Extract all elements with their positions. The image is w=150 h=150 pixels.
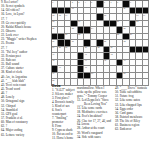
cell-number: 29 — [130, 33, 132, 35]
cell-number: 14 — [65, 14, 67, 16]
down-clues-list-2: 12. Led Zeppelin's "Since ____ Been Lovi… — [77, 99, 113, 139]
cell-number: 39 — [110, 46, 112, 48]
cell-number: 28 — [117, 33, 119, 35]
cell-number: 19 — [78, 20, 80, 22]
clue-item: 34. Side with sauce — [77, 136, 113, 140]
cell-number: 45 — [104, 59, 106, 61]
quote-text: marshmallow. When Iwoke up the pillow wa… — [77, 87, 113, 99]
clue-item: 60. Man of constancy — [1, 121, 48, 125]
cell-number: 21 — [136, 20, 138, 22]
cell-number: 33 — [123, 40, 125, 42]
cell-number: 22 — [52, 27, 54, 29]
cell-number: 1 — [52, 1, 53, 3]
cell-number: 17 — [143, 14, 145, 16]
cell-number: 9 — [130, 1, 131, 3]
cell-number: 11 — [123, 7, 125, 9]
cell-number: 20 — [117, 20, 119, 22]
cell-number: 24 — [91, 27, 93, 29]
clue-item: 65. Lettuce variety — [1, 134, 48, 138]
down-clues-column-1: Down 1. "SALT" subject2. Silence maker3.… — [52, 84, 75, 141]
cell-number: 50 — [91, 72, 93, 74]
cell-number: 18 — [52, 20, 54, 22]
cell-number: 7 — [110, 1, 111, 3]
cell-number: 49 — [52, 72, 54, 74]
across-clues-column: 9. Reel actor?10. Secret symbols14. Oil … — [1, 1, 48, 138]
cell-number: 46 — [123, 59, 125, 61]
cell-number: 23 — [72, 27, 74, 29]
clue-item: 11. Horse's home — [52, 137, 75, 141]
cell-number: 36 — [65, 46, 67, 48]
cell-number: 10 — [72, 7, 74, 9]
cell-number: 3 — [78, 1, 79, 3]
cell-number: 43 — [52, 59, 54, 61]
cell-number: 32 — [104, 40, 106, 42]
clue-item: 16. Love, in Lyon? — [1, 13, 48, 17]
down-clues-list-1: 1. "SALT" subject2. Silence maker3. Firs… — [52, 89, 75, 141]
down-clues-column-2: marshmallow. When Iwoke up the pillow wa… — [77, 87, 113, 140]
cell-number: 44 — [85, 59, 87, 61]
grid-cell[interactable] — [143, 79, 149, 86]
down-clues-column-3: 49. "____ Breve" fantasia50. Table salt … — [115, 87, 149, 133]
cell-number: 2 — [72, 1, 73, 3]
cell-number: 41 — [85, 53, 87, 55]
cell-number: 35 — [59, 46, 61, 48]
cell-number: 48 — [85, 66, 87, 68]
crossword-grid: 1234567891011121314151617181920212223242… — [51, 0, 149, 86]
cell-number: 37 — [85, 46, 87, 48]
cell-number: 16 — [136, 14, 138, 16]
cell-number: 34 — [52, 46, 54, 48]
cell-number: 42 — [110, 53, 112, 55]
cell-number: 38 — [98, 46, 100, 48]
cell-number: 40 — [52, 53, 54, 55]
cell-number: 27 — [78, 33, 80, 35]
cell-number: 5 — [91, 1, 92, 3]
clue-item: 45. Trend word — [1, 88, 48, 92]
cell-number: 12 — [52, 14, 54, 16]
cell-number: 31 — [72, 40, 74, 42]
cell-number: 47 — [59, 66, 61, 68]
cell-number: 25 — [123, 27, 125, 29]
cell-number: 30 — [52, 40, 54, 42]
clue-item: 63. Endeavor — [115, 128, 149, 132]
clue-item: 25. Poems — [1, 42, 48, 46]
cell-number: 26 — [65, 33, 67, 35]
cell-number: 6 — [104, 1, 105, 3]
cell-number: 13 — [59, 14, 61, 16]
cell-number: 4 — [85, 1, 86, 3]
cell-number: 51 — [123, 72, 125, 74]
cell-number: 15 — [104, 14, 106, 16]
cell-number: 8 — [117, 1, 118, 3]
cell-number: 52 — [52, 79, 54, 81]
